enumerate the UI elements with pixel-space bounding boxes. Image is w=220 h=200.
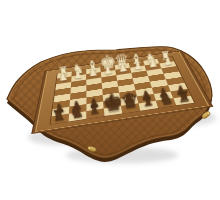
board-square: ♝ — [86, 109, 104, 119]
board-square: ♜ — [51, 114, 69, 124]
board-square — [101, 75, 117, 83]
product-photo: ♜♞♝♚♛♝♞♜♟♟♟♟♟♟♟♟♟♟♟♟♟♟♟♟♜♞♝♚♛♝♞♜ — [0, 0, 220, 200]
board-square: ♚ — [104, 106, 123, 116]
board-square: ♞ — [69, 111, 87, 121]
board-square: ♛ — [121, 103, 140, 113]
board-square — [71, 80, 86, 88]
board-square — [116, 73, 132, 81]
board-square — [117, 78, 134, 86]
board-square — [131, 71, 148, 79]
board-square: ♜ — [173, 96, 194, 106]
